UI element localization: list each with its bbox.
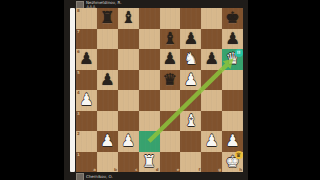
piece-black-pawn-f7[interactable]: ♟: [180, 29, 201, 50]
piece-black-pawn-h7[interactable]: ♟: [222, 29, 243, 50]
piece-black-queen-e5[interactable]: ♛: [160, 70, 181, 91]
piece-white-pawn-a4[interactable]: ♟: [76, 90, 97, 111]
square-b8[interactable]: ♜: [97, 8, 118, 29]
square-e3[interactable]: [160, 111, 181, 132]
square-h8[interactable]: ♚: [222, 8, 243, 29]
piece-black-pawn-e6[interactable]: ♟: [160, 49, 181, 70]
square-e1[interactable]: e: [160, 152, 181, 173]
piece-black-pawn-g6[interactable]: ♟: [201, 49, 222, 70]
square-c5[interactable]: [118, 70, 139, 91]
rank-label-7: 7: [77, 30, 80, 34]
piece-white-rook-d1[interactable]: ♜: [139, 152, 160, 173]
square-f3[interactable]: ♝: [180, 111, 201, 132]
player-bottom-name: Chernikov, O.: [86, 175, 113, 179]
square-b1[interactable]: b: [97, 152, 118, 173]
square-f5[interactable]: ♟: [180, 70, 201, 91]
square-b6[interactable]: [97, 49, 118, 70]
piece-black-pawn-a6[interactable]: ♟: [76, 49, 97, 70]
square-c7[interactable]: [118, 29, 139, 50]
square-b2[interactable]: ♟: [97, 131, 118, 152]
square-g2[interactable]: ♟: [201, 131, 222, 152]
square-h2[interactable]: ♟: [222, 131, 243, 152]
square-g4[interactable]: [201, 90, 222, 111]
square-b4[interactable]: [97, 90, 118, 111]
player-top-info: Nezhmetdinov, R. ♙♙♙: [86, 1, 121, 8]
square-g3[interactable]: [201, 111, 222, 132]
square-c8[interactable]: ♝: [118, 8, 139, 29]
square-c1[interactable]: c: [118, 152, 139, 173]
square-h1[interactable]: h♚: [222, 152, 243, 173]
app-panel: Nezhmetdinov, R. ♙♙♙ 8♜♝♚7♝♟♟6♟♟♞♟♛5♟♛♟4…: [64, 0, 248, 180]
square-h7[interactable]: ♟: [222, 29, 243, 50]
file-label-a: a: [93, 168, 96, 172]
square-a6[interactable]: 6♟: [76, 49, 97, 70]
square-a3[interactable]: 3: [76, 111, 97, 132]
file-label-e: e: [177, 168, 180, 172]
square-c2[interactable]: ♟: [118, 131, 139, 152]
piece-white-pawn-g2[interactable]: ♟: [201, 131, 222, 152]
square-g5[interactable]: [201, 70, 222, 91]
file-label-b: b: [114, 168, 117, 172]
rank-label-1: 1: [77, 153, 80, 157]
piece-black-king-h8[interactable]: ♚: [222, 8, 243, 29]
square-e8[interactable]: [160, 8, 181, 29]
square-h3[interactable]: [222, 111, 243, 132]
square-g1[interactable]: g: [201, 152, 222, 173]
square-e2[interactable]: [160, 131, 181, 152]
square-f4[interactable]: [180, 90, 201, 111]
square-c4[interactable]: [118, 90, 139, 111]
square-c6[interactable]: [118, 49, 139, 70]
player-bottom-avatar: [76, 173, 84, 180]
file-label-g: g: [218, 168, 221, 172]
rank-label-5: 5: [77, 71, 80, 75]
square-b7[interactable]: [97, 29, 118, 50]
piece-black-pawn-b5[interactable]: ♟: [97, 70, 118, 91]
square-g8[interactable]: [201, 8, 222, 29]
piece-black-rook-b8[interactable]: ♜: [97, 8, 118, 29]
square-h6[interactable]: ♛: [222, 49, 243, 70]
square-a7[interactable]: 7: [76, 29, 97, 50]
square-d2[interactable]: [139, 131, 160, 152]
square-b3[interactable]: [97, 111, 118, 132]
eval-bar: [70, 8, 75, 172]
rank-label-3: 3: [77, 112, 80, 116]
square-f8[interactable]: [180, 8, 201, 29]
piece-white-queen-h6[interactable]: ♛: [222, 49, 243, 70]
piece-white-pawn-b2[interactable]: ♟: [97, 131, 118, 152]
rank-label-8: 8: [77, 9, 80, 13]
square-f7[interactable]: ♟: [180, 29, 201, 50]
piece-white-pawn-f5[interactable]: ♟: [180, 70, 201, 91]
piece-black-bishop-c8[interactable]: ♝: [118, 8, 139, 29]
player-bottom-bar: Chernikov, O.: [76, 174, 113, 180]
square-d4[interactable]: [139, 90, 160, 111]
square-a2[interactable]: 2: [76, 131, 97, 152]
file-label-f: f: [199, 168, 201, 172]
square-d1[interactable]: d♜: [139, 152, 160, 173]
square-e5[interactable]: ♛: [160, 70, 181, 91]
piece-white-pawn-c2[interactable]: ♟: [118, 131, 139, 152]
piece-white-knight-f6[interactable]: ♞: [180, 49, 201, 70]
player-top-bar: Nezhmetdinov, R. ♙♙♙: [76, 1, 121, 8]
square-d3[interactable]: [139, 111, 160, 132]
file-label-c: c: [135, 168, 137, 172]
square-b5[interactable]: ♟: [97, 70, 118, 91]
piece-white-king-h1[interactable]: ♚: [222, 152, 243, 173]
rank-label-2: 2: [77, 132, 80, 136]
piece-white-pawn-h2[interactable]: ♟: [222, 131, 243, 152]
square-f2[interactable]: [180, 131, 201, 152]
square-a5[interactable]: 5: [76, 70, 97, 91]
square-e6[interactable]: ♟: [160, 49, 181, 70]
square-c3[interactable]: [118, 111, 139, 132]
piece-white-bishop-f3[interactable]: ♝: [180, 111, 201, 132]
square-a8[interactable]: 8: [76, 8, 97, 29]
square-e7[interactable]: ♝: [160, 29, 181, 50]
square-g7[interactable]: [201, 29, 222, 50]
square-d7[interactable]: [139, 29, 160, 50]
chess-board: 8♜♝♚7♝♟♟6♟♟♞♟♛5♟♛♟4♟3♝2♟♟♟♟1abcd♜efgh♚: [76, 8, 243, 172]
square-d5[interactable]: [139, 70, 160, 91]
square-e4[interactable]: [160, 90, 181, 111]
square-h4[interactable]: [222, 90, 243, 111]
square-f1[interactable]: f: [180, 152, 201, 173]
square-f6[interactable]: ♞: [180, 49, 201, 70]
piece-black-bishop-e7[interactable]: ♝: [160, 29, 181, 50]
square-a4[interactable]: 4♟: [76, 90, 97, 111]
square-g6[interactable]: ♟: [201, 49, 222, 70]
square-a1[interactable]: 1a: [76, 152, 97, 173]
square-d8[interactable]: [139, 8, 160, 29]
square-d6[interactable]: [139, 49, 160, 70]
square-h5[interactable]: [222, 70, 243, 91]
